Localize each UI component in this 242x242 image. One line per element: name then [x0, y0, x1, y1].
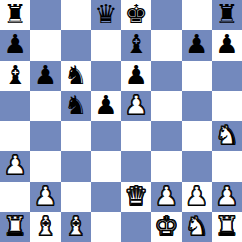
piece-black-bishop[interactable]: ♝ — [124, 31, 147, 57]
piece-white-rook[interactable]: ♜ — [3, 213, 26, 239]
square-h7[interactable]: ♟ — [212, 30, 242, 60]
square-f2[interactable]: ♟ — [151, 182, 181, 212]
piece-black-king[interactable]: ♚ — [124, 1, 147, 27]
piece-white-pawn[interactable]: ♟ — [3, 152, 26, 178]
square-g7[interactable]: ♟ — [182, 30, 212, 60]
square-f1[interactable]: ♚ — [151, 212, 181, 242]
piece-white-pawn[interactable]: ♟ — [185, 183, 208, 209]
square-f3[interactable] — [151, 151, 181, 181]
square-h6[interactable] — [212, 61, 242, 91]
square-f4[interactable] — [151, 121, 181, 151]
square-c6[interactable]: ♞ — [61, 61, 91, 91]
square-g5[interactable] — [182, 91, 212, 121]
square-c7[interactable] — [61, 30, 91, 60]
piece-white-knight[interactable]: ♞ — [185, 213, 208, 239]
square-c4[interactable] — [61, 121, 91, 151]
square-d8[interactable]: ♛ — [91, 0, 121, 30]
square-a4[interactable] — [0, 121, 30, 151]
piece-black-rook[interactable]: ♜ — [3, 1, 26, 27]
square-d7[interactable] — [91, 30, 121, 60]
square-c8[interactable] — [61, 0, 91, 30]
piece-black-pawn[interactable]: ♟ — [94, 92, 117, 118]
chess-board: ♜♛♚♜♟♝♟♟♝♟♞♟♞♟♟♞♟♟♛♟♟♟♜♝♝♚♞♜ — [0, 0, 242, 242]
square-e4[interactable] — [121, 121, 151, 151]
square-h8[interactable]: ♜ — [212, 0, 242, 30]
square-e3[interactable] — [121, 151, 151, 181]
piece-black-rook[interactable]: ♜ — [215, 1, 238, 27]
piece-white-pawn[interactable]: ♟ — [215, 183, 238, 209]
square-b6[interactable]: ♟ — [30, 61, 60, 91]
square-c5[interactable]: ♞ — [61, 91, 91, 121]
square-d6[interactable] — [91, 61, 121, 91]
square-a3[interactable]: ♟ — [0, 151, 30, 181]
chess-app: ♜♛♚♜♟♝♟♟♝♟♞♟♞♟♟♞♟♟♛♟♟♟♜♝♝♚♞♜ — [0, 0, 242, 242]
square-b3[interactable] — [30, 151, 60, 181]
square-d5[interactable]: ♟ — [91, 91, 121, 121]
square-b7[interactable] — [30, 30, 60, 60]
piece-black-pawn[interactable]: ♟ — [124, 62, 147, 88]
square-b5[interactable] — [30, 91, 60, 121]
square-b2[interactable]: ♟ — [30, 182, 60, 212]
square-c2[interactable] — [61, 182, 91, 212]
piece-white-pawn[interactable]: ♟ — [124, 92, 147, 118]
square-c1[interactable]: ♝ — [61, 212, 91, 242]
square-a8[interactable]: ♜ — [0, 0, 30, 30]
square-a5[interactable] — [0, 91, 30, 121]
square-a7[interactable]: ♟ — [0, 30, 30, 60]
square-d1[interactable] — [91, 212, 121, 242]
square-d4[interactable] — [91, 121, 121, 151]
square-e1[interactable] — [121, 212, 151, 242]
piece-black-pawn[interactable]: ♟ — [215, 31, 238, 57]
square-e7[interactable]: ♝ — [121, 30, 151, 60]
square-h2[interactable]: ♟ — [212, 182, 242, 212]
square-g4[interactable] — [182, 121, 212, 151]
piece-white-bishop[interactable]: ♝ — [34, 213, 57, 239]
piece-black-pawn[interactable]: ♟ — [3, 31, 26, 57]
square-f7[interactable] — [151, 30, 181, 60]
square-f8[interactable] — [151, 0, 181, 30]
piece-black-queen[interactable]: ♛ — [94, 1, 117, 27]
square-a6[interactable]: ♝ — [0, 61, 30, 91]
piece-black-pawn[interactable]: ♟ — [34, 62, 57, 88]
piece-white-bishop[interactable]: ♝ — [64, 213, 87, 239]
piece-white-queen[interactable]: ♛ — [124, 183, 147, 209]
piece-black-bishop[interactable]: ♝ — [3, 62, 26, 88]
square-d3[interactable] — [91, 151, 121, 181]
square-h5[interactable] — [212, 91, 242, 121]
square-g3[interactable] — [182, 151, 212, 181]
square-h1[interactable]: ♜ — [212, 212, 242, 242]
square-a1[interactable]: ♜ — [0, 212, 30, 242]
piece-black-knight[interactable]: ♞ — [64, 92, 87, 118]
square-c3[interactable] — [61, 151, 91, 181]
square-e6[interactable]: ♟ — [121, 61, 151, 91]
square-g6[interactable] — [182, 61, 212, 91]
square-e5[interactable]: ♟ — [121, 91, 151, 121]
piece-white-king[interactable]: ♚ — [155, 213, 178, 239]
square-g2[interactable]: ♟ — [182, 182, 212, 212]
square-b8[interactable] — [30, 0, 60, 30]
square-b4[interactable] — [30, 121, 60, 151]
square-h3[interactable] — [212, 151, 242, 181]
piece-black-knight[interactable]: ♞ — [64, 62, 87, 88]
piece-white-pawn[interactable]: ♟ — [34, 183, 57, 209]
square-g1[interactable]: ♞ — [182, 212, 212, 242]
square-f6[interactable] — [151, 61, 181, 91]
square-b1[interactable]: ♝ — [30, 212, 60, 242]
square-g8[interactable] — [182, 0, 212, 30]
piece-white-knight[interactable]: ♞ — [215, 122, 238, 148]
piece-white-rook[interactable]: ♜ — [215, 213, 238, 239]
square-a2[interactable] — [0, 182, 30, 212]
square-e2[interactable]: ♛ — [121, 182, 151, 212]
piece-black-pawn[interactable]: ♟ — [185, 31, 208, 57]
square-h4[interactable]: ♞ — [212, 121, 242, 151]
piece-white-pawn[interactable]: ♟ — [155, 183, 178, 209]
square-e8[interactable]: ♚ — [121, 0, 151, 30]
square-f5[interactable] — [151, 91, 181, 121]
square-d2[interactable] — [91, 182, 121, 212]
